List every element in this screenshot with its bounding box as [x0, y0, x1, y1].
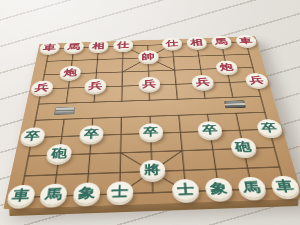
hinge-left — [54, 107, 75, 115]
hinge-right — [224, 100, 246, 108]
photo-scene: 車馬相仕仕相馬車帥炮炮兵兵兵兵兵卒卒卒卒卒砲砲將車馬象士士象馬車 — [0, 0, 300, 225]
xiangqi-board[interactable]: 車馬相仕仕相馬車帥炮炮兵兵兵兵兵卒卒卒卒卒砲砲將車馬象士士象馬車 — [3, 36, 300, 209]
board-tilt-wrapper: 車馬相仕仕相馬車帥炮炮兵兵兵兵兵卒卒卒卒卒砲砲將車馬象士士象馬車 — [0, 0, 300, 225]
